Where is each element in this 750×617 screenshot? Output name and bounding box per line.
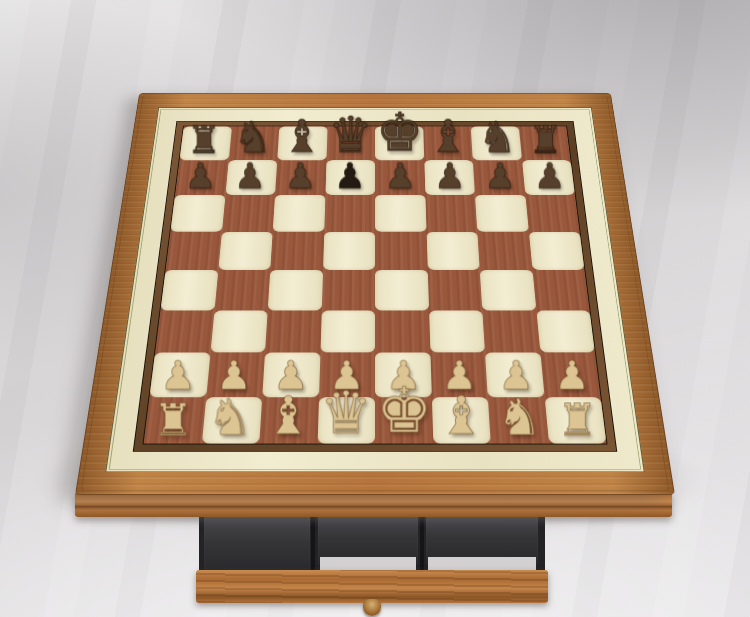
- white-pawn[interactable]: ♟: [160, 356, 196, 396]
- white-rook[interactable]: ♜: [153, 397, 193, 442]
- square-d1[interactable]: ♛: [317, 397, 375, 444]
- square-f1[interactable]: ♝: [431, 397, 490, 444]
- square-e4[interactable]: [375, 270, 429, 310]
- black-pawn[interactable]: ♟: [284, 158, 316, 193]
- square-e3[interactable]: [375, 310, 430, 352]
- square-h5[interactable]: [528, 232, 584, 270]
- square-d6[interactable]: [324, 195, 375, 232]
- square-d4[interactable]: [321, 270, 375, 310]
- drawer-piece-tray: [199, 511, 545, 577]
- file-labels-top: ABCDEFGH: [184, 108, 568, 120]
- square-b3[interactable]: [210, 310, 268, 352]
- white-rook[interactable]: ♜: [557, 397, 597, 442]
- square-g4[interactable]: [480, 270, 536, 310]
- square-h3[interactable]: [536, 310, 595, 352]
- black-bishop[interactable]: ♝: [282, 114, 322, 158]
- white-king[interactable]: ♚: [376, 380, 432, 442]
- square-b7[interactable]: ♟: [225, 160, 277, 195]
- file-label: F: [423, 108, 471, 120]
- white-bishop[interactable]: ♝: [438, 389, 485, 441]
- square-b4[interactable]: [214, 270, 270, 310]
- square-c7[interactable]: ♟: [275, 160, 326, 195]
- black-pawn[interactable]: ♟: [384, 158, 416, 193]
- square-g5[interactable]: [477, 232, 532, 270]
- black-pawn[interactable]: ♟: [334, 158, 366, 193]
- black-pawn[interactable]: ♟: [484, 158, 516, 193]
- black-knight[interactable]: ♞: [478, 116, 516, 159]
- black-pawn[interactable]: ♟: [434, 158, 466, 193]
- file-label: G: [471, 108, 520, 120]
- square-f6[interactable]: [425, 195, 477, 232]
- file-label: D: [328, 108, 376, 120]
- square-e5[interactable]: [375, 232, 427, 270]
- square-c1[interactable]: ♝: [259, 397, 318, 444]
- white-bishop[interactable]: ♝: [265, 389, 312, 441]
- square-g1[interactable]: ♞: [488, 397, 549, 444]
- black-rook[interactable]: ♜: [187, 121, 221, 159]
- square-f4[interactable]: [427, 270, 482, 310]
- square-g3[interactable]: [482, 310, 540, 352]
- black-pawn[interactable]: ♟: [234, 158, 266, 193]
- board-scene: ABCDEFGH ABCDEFGH 87654321 87654321 ♜♞♝♛…: [75, 0, 675, 495]
- square-h4[interactable]: [532, 270, 589, 310]
- square-d5[interactable]: [323, 232, 375, 270]
- square-d3[interactable]: [320, 310, 375, 352]
- square-b6[interactable]: [222, 195, 275, 232]
- black-pawn[interactable]: ♟: [534, 158, 566, 193]
- square-a2[interactable]: ♟: [149, 352, 210, 396]
- maple-border: ♜♞♝♛♚♝♞♜♟♟♟♟♟♟♟♟♟♟♟♟♟♟♟♟♜♞♝♛♚♝♞♜: [105, 107, 644, 472]
- black-knight[interactable]: ♞: [234, 116, 272, 159]
- square-g7[interactable]: ♟: [473, 160, 525, 195]
- black-rook[interactable]: ♜: [529, 121, 563, 159]
- square-b1[interactable]: ♞: [201, 397, 262, 444]
- square-h6[interactable]: [525, 195, 580, 232]
- chess-board: ABCDEFGH ABCDEFGH 87654321 87654321 ♜♞♝♛…: [75, 93, 675, 495]
- tray-divider: [311, 513, 315, 575]
- board-base-molding: [75, 492, 672, 517]
- file-label: B: [232, 108, 281, 120]
- tray-compartment: [204, 515, 310, 575]
- square-a6[interactable]: [170, 195, 225, 232]
- square-f5[interactable]: [426, 232, 480, 270]
- square-a3[interactable]: [155, 310, 214, 352]
- file-label: A: [184, 108, 233, 120]
- square-a5[interactable]: [166, 232, 222, 270]
- playing-field: ♜♞♝♛♚♝♞♜♟♟♟♟♟♟♟♟♟♟♟♟♟♟♟♟♜♞♝♛♚♝♞♜: [142, 126, 607, 445]
- square-e6[interactable]: [375, 195, 426, 232]
- square-e7[interactable]: ♟: [375, 160, 425, 195]
- square-c6[interactable]: [273, 195, 325, 232]
- file-label: H: [519, 108, 568, 120]
- square-a4[interactable]: [160, 270, 217, 310]
- white-queen[interactable]: ♛: [320, 384, 372, 442]
- square-d7[interactable]: ♟: [325, 160, 375, 195]
- white-knight[interactable]: ♞: [497, 391, 542, 442]
- square-c3[interactable]: [265, 310, 321, 352]
- drawer-knob[interactable]: [363, 599, 381, 616]
- black-pawn[interactable]: ♟: [184, 158, 216, 193]
- black-bishop[interactable]: ♝: [428, 114, 468, 158]
- square-f7[interactable]: ♟: [424, 160, 475, 195]
- file-label: C: [280, 108, 328, 120]
- square-a1[interactable]: ♜: [144, 397, 206, 444]
- square-h1[interactable]: ♜: [544, 397, 606, 444]
- white-knight[interactable]: ♞: [208, 391, 253, 442]
- square-h2[interactable]: ♟: [540, 352, 601, 396]
- square-h7[interactable]: ♟: [522, 160, 575, 195]
- square-g6[interactable]: [475, 195, 528, 232]
- white-pawn[interactable]: ♟: [554, 356, 590, 396]
- tray-divider: [420, 513, 424, 575]
- walnut-inlay-band: ♜♞♝♛♚♝♞♜♟♟♟♟♟♟♟♟♟♟♟♟♟♟♟♟♜♞♝♛♚♝♞♜: [133, 121, 618, 452]
- square-a7[interactable]: ♟: [175, 160, 228, 195]
- square-b5[interactable]: [218, 232, 273, 270]
- square-e1[interactable]: ♚: [375, 397, 433, 444]
- square-f3[interactable]: [429, 310, 485, 352]
- square-c4[interactable]: [268, 270, 323, 310]
- square-c5[interactable]: [270, 232, 324, 270]
- file-label: E: [376, 108, 424, 120]
